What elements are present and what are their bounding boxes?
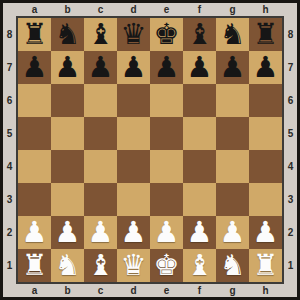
outer-frame: ♜♞♝♛♚♝♞♜♟♟♟♟♟♟♟♟♟♟♟♟♟♟♟♟♜♞♝♛♚♝♞♜ aabbccd… (0, 0, 300, 300)
square-a3[interactable] (18, 183, 51, 216)
square-c8[interactable]: ♝ (84, 18, 117, 51)
file-label-g-bottom: g (216, 284, 249, 297)
black-queen-icon: ♛ (121, 18, 147, 51)
file-label-f-bottom: f (183, 284, 216, 297)
rank-label-4-right: 4 (284, 150, 297, 183)
black-bishop-icon: ♝ (88, 18, 114, 51)
square-b6[interactable] (51, 84, 84, 117)
square-h1[interactable]: ♜ (249, 249, 282, 282)
square-b8[interactable]: ♞ (51, 18, 84, 51)
black-pawn-icon: ♟ (121, 51, 147, 84)
square-a6[interactable] (18, 84, 51, 117)
file-label-b-top: b (51, 3, 84, 16)
white-pawn-icon: ♟ (88, 216, 114, 249)
rank-label-7-right: 7 (284, 51, 297, 84)
square-g8[interactable]: ♞ (216, 18, 249, 51)
square-d8[interactable]: ♛ (117, 18, 150, 51)
square-d6[interactable] (117, 84, 150, 117)
square-h8[interactable]: ♜ (249, 18, 282, 51)
rank-label-1-left: 1 (3, 249, 16, 282)
file-label-d-bottom: d (117, 284, 150, 297)
square-d3[interactable] (117, 183, 150, 216)
square-g2[interactable]: ♟ (216, 216, 249, 249)
black-pawn-icon: ♟ (22, 51, 48, 84)
white-rook-icon: ♜ (22, 249, 48, 282)
square-h3[interactable] (249, 183, 282, 216)
square-c2[interactable]: ♟ (84, 216, 117, 249)
square-a7[interactable]: ♟ (18, 51, 51, 84)
square-e4[interactable] (150, 150, 183, 183)
square-a8[interactable]: ♜ (18, 18, 51, 51)
square-f2[interactable]: ♟ (183, 216, 216, 249)
square-e3[interactable] (150, 183, 183, 216)
file-label-h-bottom: h (249, 284, 282, 297)
square-g5[interactable] (216, 117, 249, 150)
square-d5[interactable] (117, 117, 150, 150)
square-b4[interactable] (51, 150, 84, 183)
square-f4[interactable] (183, 150, 216, 183)
white-king-icon: ♚ (154, 249, 180, 282)
square-h7[interactable]: ♟ (249, 51, 282, 84)
square-b7[interactable]: ♟ (51, 51, 84, 84)
square-b2[interactable]: ♟ (51, 216, 84, 249)
file-label-b-bottom: b (51, 284, 84, 297)
black-pawn-icon: ♟ (253, 51, 279, 84)
square-a2[interactable]: ♟ (18, 216, 51, 249)
square-b5[interactable] (51, 117, 84, 150)
square-d4[interactable] (117, 150, 150, 183)
black-bishop-icon: ♝ (187, 18, 213, 51)
white-pawn-icon: ♟ (187, 216, 213, 249)
square-h2[interactable]: ♟ (249, 216, 282, 249)
file-label-g-top: g (216, 3, 249, 16)
square-g1[interactable]: ♞ (216, 249, 249, 282)
square-f8[interactable]: ♝ (183, 18, 216, 51)
square-f7[interactable]: ♟ (183, 51, 216, 84)
square-e2[interactable]: ♟ (150, 216, 183, 249)
square-g7[interactable]: ♟ (216, 51, 249, 84)
white-pawn-icon: ♟ (22, 216, 48, 249)
white-pawn-icon: ♟ (220, 216, 246, 249)
white-rook-icon: ♜ (253, 249, 279, 282)
square-e8[interactable]: ♚ (150, 18, 183, 51)
rank-label-4-left: 4 (3, 150, 16, 183)
rank-label-8-right: 8 (284, 18, 297, 51)
square-e1[interactable]: ♚ (150, 249, 183, 282)
square-c5[interactable] (84, 117, 117, 150)
square-g3[interactable] (216, 183, 249, 216)
square-f6[interactable] (183, 84, 216, 117)
white-knight-icon: ♞ (220, 249, 246, 282)
coordinate-mat: ♜♞♝♛♚♝♞♜♟♟♟♟♟♟♟♟♟♟♟♟♟♟♟♟♜♞♝♛♚♝♞♜ aabbccd… (3, 3, 297, 297)
white-pawn-icon: ♟ (121, 216, 147, 249)
file-label-a-bottom: a (18, 284, 51, 297)
white-bishop-icon: ♝ (187, 249, 213, 282)
square-g6[interactable] (216, 84, 249, 117)
file-label-e-bottom: e (150, 284, 183, 297)
black-knight-icon: ♞ (220, 18, 246, 51)
rank-label-7-left: 7 (3, 51, 16, 84)
rank-label-2-left: 2 (3, 216, 16, 249)
white-knight-icon: ♞ (55, 249, 81, 282)
rank-label-8-left: 8 (3, 18, 16, 51)
file-label-d-top: d (117, 3, 150, 16)
file-label-f-top: f (183, 3, 216, 16)
square-e5[interactable] (150, 117, 183, 150)
black-pawn-icon: ♟ (220, 51, 246, 84)
square-a1[interactable]: ♜ (18, 249, 51, 282)
square-f3[interactable] (183, 183, 216, 216)
square-e7[interactable]: ♟ (150, 51, 183, 84)
rank-label-5-left: 5 (3, 117, 16, 150)
square-c7[interactable]: ♟ (84, 51, 117, 84)
square-c4[interactable] (84, 150, 117, 183)
white-bishop-icon: ♝ (88, 249, 114, 282)
square-f1[interactable]: ♝ (183, 249, 216, 282)
black-pawn-icon: ♟ (55, 51, 81, 84)
square-e6[interactable] (150, 84, 183, 117)
rank-label-3-right: 3 (284, 183, 297, 216)
square-h5[interactable] (249, 117, 282, 150)
square-h4[interactable] (249, 150, 282, 183)
black-rook-icon: ♜ (253, 18, 279, 51)
square-f5[interactable] (183, 117, 216, 150)
black-pawn-icon: ♟ (88, 51, 114, 84)
black-pawn-icon: ♟ (154, 51, 180, 84)
square-c6[interactable] (84, 84, 117, 117)
white-queen-icon: ♛ (121, 249, 147, 282)
square-h6[interactable] (249, 84, 282, 117)
rank-label-2-right: 2 (284, 216, 297, 249)
square-b3[interactable] (51, 183, 84, 216)
black-rook-icon: ♜ (22, 18, 48, 51)
square-d2[interactable]: ♟ (117, 216, 150, 249)
rank-label-6-left: 6 (3, 84, 16, 117)
black-knight-icon: ♞ (55, 18, 81, 51)
white-pawn-icon: ♟ (253, 216, 279, 249)
square-a5[interactable] (18, 117, 51, 150)
black-pawn-icon: ♟ (187, 51, 213, 84)
square-d7[interactable]: ♟ (117, 51, 150, 84)
black-king-icon: ♚ (154, 18, 180, 51)
file-label-e-top: e (150, 3, 183, 16)
white-pawn-icon: ♟ (55, 216, 81, 249)
square-c3[interactable] (84, 183, 117, 216)
rank-label-1-right: 1 (284, 249, 297, 282)
rank-label-5-right: 5 (284, 117, 297, 150)
white-pawn-icon: ♟ (154, 216, 180, 249)
square-b1[interactable]: ♞ (51, 249, 84, 282)
rank-label-3-left: 3 (3, 183, 16, 216)
square-a4[interactable] (18, 150, 51, 183)
file-label-a-top: a (18, 3, 51, 16)
rank-label-6-right: 6 (284, 84, 297, 117)
square-d1[interactable]: ♛ (117, 249, 150, 282)
chess-board: ♜♞♝♛♚♝♞♜♟♟♟♟♟♟♟♟♟♟♟♟♟♟♟♟♜♞♝♛♚♝♞♜ (16, 16, 284, 284)
file-label-c-bottom: c (84, 284, 117, 297)
file-label-c-top: c (84, 3, 117, 16)
square-c1[interactable]: ♝ (84, 249, 117, 282)
square-g4[interactable] (216, 150, 249, 183)
file-label-h-top: h (249, 3, 282, 16)
